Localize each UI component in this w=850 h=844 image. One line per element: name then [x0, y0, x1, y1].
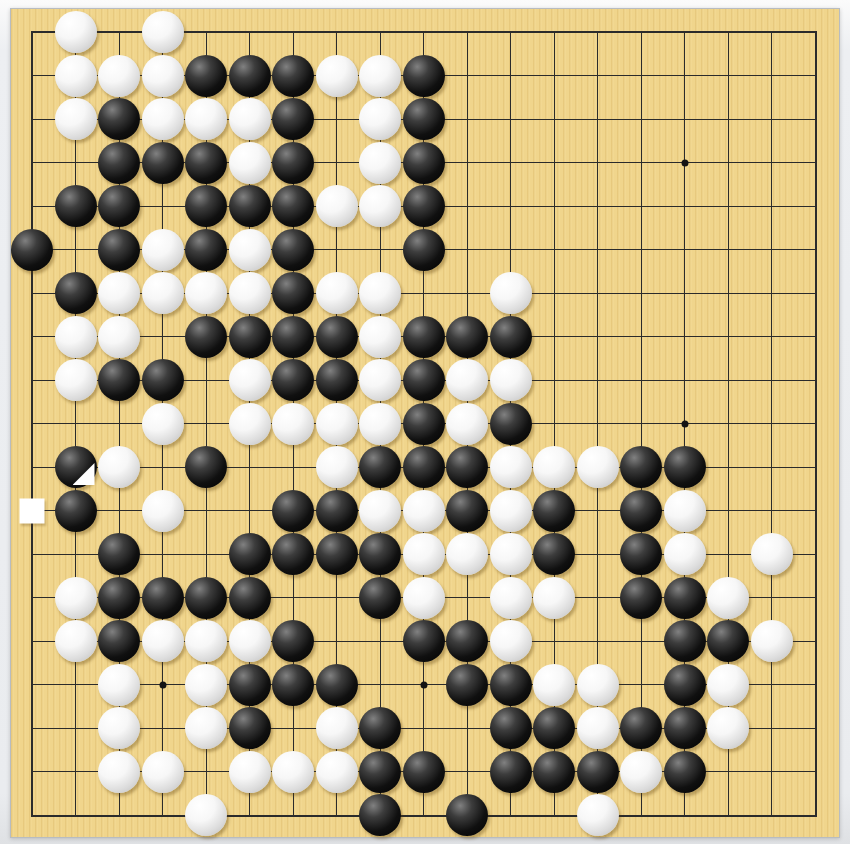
black-stone	[185, 142, 227, 184]
star-point	[420, 681, 427, 688]
white-stone	[316, 446, 358, 488]
black-stone	[98, 142, 140, 184]
black-stone	[403, 98, 445, 140]
black-stone	[185, 316, 227, 358]
white-stone	[359, 403, 401, 445]
black-stone	[98, 620, 140, 662]
black-stone	[272, 142, 314, 184]
board-frame	[10, 8, 840, 838]
black-stone	[229, 577, 271, 619]
white-stone	[359, 142, 401, 184]
black-stone	[533, 490, 575, 532]
black-stone	[316, 359, 358, 401]
white-stone	[229, 142, 271, 184]
black-stone	[272, 359, 314, 401]
white-stone	[142, 490, 184, 532]
black-stone	[272, 55, 314, 97]
white-stone	[98, 446, 140, 488]
white-stone	[359, 55, 401, 97]
black-stone	[229, 55, 271, 97]
white-stone	[185, 620, 227, 662]
white-stone	[707, 577, 749, 619]
black-stone	[316, 490, 358, 532]
white-stone	[229, 272, 271, 314]
black-stone	[620, 446, 662, 488]
black-stone	[403, 446, 445, 488]
white-stone	[359, 490, 401, 532]
black-stone	[142, 142, 184, 184]
white-stone	[490, 359, 532, 401]
white-stone	[533, 577, 575, 619]
black-stone	[359, 577, 401, 619]
white-stone	[98, 272, 140, 314]
white-stone	[359, 185, 401, 227]
white-stone	[142, 229, 184, 271]
black-stone	[490, 316, 532, 358]
white-stone	[316, 55, 358, 97]
white-stone	[490, 272, 532, 314]
black-stone	[664, 751, 706, 793]
black-stone	[185, 577, 227, 619]
white-stone	[142, 55, 184, 97]
white-stone	[446, 403, 488, 445]
black-stone	[55, 185, 97, 227]
white-stone	[446, 533, 488, 575]
white-stone	[55, 98, 97, 140]
white-stone	[620, 751, 662, 793]
white-stone	[446, 359, 488, 401]
black-stone	[533, 707, 575, 749]
white-stone	[185, 272, 227, 314]
star-point	[681, 420, 688, 427]
white-stone	[98, 316, 140, 358]
white-stone	[272, 403, 314, 445]
white-stone	[490, 620, 532, 662]
white-stone	[490, 533, 532, 575]
white-stone	[751, 533, 793, 575]
white-stone	[533, 446, 575, 488]
black-stone	[533, 533, 575, 575]
black-stone	[229, 664, 271, 706]
black-stone	[272, 490, 314, 532]
black-stone	[55, 490, 97, 532]
white-stone	[490, 577, 532, 619]
black-stone	[446, 446, 488, 488]
black-stone	[490, 707, 532, 749]
black-stone	[446, 490, 488, 532]
black-stone	[272, 272, 314, 314]
white-stone	[490, 446, 532, 488]
black-stone	[359, 533, 401, 575]
black-stone	[403, 316, 445, 358]
black-stone	[403, 185, 445, 227]
white-stone	[229, 403, 271, 445]
white-stone	[142, 620, 184, 662]
white-stone	[185, 707, 227, 749]
white-stone	[403, 533, 445, 575]
white-stone	[316, 272, 358, 314]
white-stone	[707, 707, 749, 749]
white-stone	[533, 664, 575, 706]
black-stone	[490, 664, 532, 706]
white-stone	[577, 707, 619, 749]
white-stone	[142, 751, 184, 793]
white-stone	[403, 577, 445, 619]
black-stone	[98, 359, 140, 401]
white-stone	[229, 229, 271, 271]
black-stone	[272, 98, 314, 140]
white-stone	[55, 55, 97, 97]
white-stone	[316, 403, 358, 445]
black-stone	[403, 142, 445, 184]
white-stone	[707, 664, 749, 706]
black-stone	[707, 620, 749, 662]
white-stone	[185, 794, 227, 836]
white-stone	[142, 403, 184, 445]
star-point	[159, 681, 166, 688]
black-stone	[403, 359, 445, 401]
black-stone	[272, 664, 314, 706]
black-stone	[272, 185, 314, 227]
white-stone	[55, 316, 97, 358]
black-stone	[664, 446, 706, 488]
black-stone	[185, 229, 227, 271]
white-stone	[98, 55, 140, 97]
black-stone	[664, 620, 706, 662]
black-stone	[359, 751, 401, 793]
grid-line-vertical	[771, 32, 772, 815]
white-stone	[142, 98, 184, 140]
white-stone	[403, 490, 445, 532]
white-stone	[751, 620, 793, 662]
black-stone	[55, 272, 97, 314]
black-stone	[229, 707, 271, 749]
white-stone	[229, 359, 271, 401]
black-stone	[272, 316, 314, 358]
black-stone	[664, 577, 706, 619]
white-stone	[359, 316, 401, 358]
white-stone	[229, 98, 271, 140]
black-stone	[446, 794, 488, 836]
square-marker	[20, 498, 45, 523]
black-stone	[98, 98, 140, 140]
white-stone	[55, 620, 97, 662]
white-stone	[55, 359, 97, 401]
white-stone	[98, 664, 140, 706]
black-stone	[446, 316, 488, 358]
black-stone	[185, 55, 227, 97]
white-stone	[142, 272, 184, 314]
white-stone	[142, 11, 184, 53]
black-stone	[316, 664, 358, 706]
black-stone	[98, 185, 140, 227]
black-stone	[620, 707, 662, 749]
black-stone	[359, 707, 401, 749]
white-stone	[316, 185, 358, 227]
white-stone	[229, 751, 271, 793]
black-stone	[620, 490, 662, 532]
black-stone	[533, 751, 575, 793]
black-stone	[359, 446, 401, 488]
black-stone	[446, 620, 488, 662]
white-stone	[272, 751, 314, 793]
white-stone	[55, 577, 97, 619]
white-stone	[316, 707, 358, 749]
black-stone	[272, 533, 314, 575]
black-stone	[142, 359, 184, 401]
white-stone	[98, 707, 140, 749]
white-stone	[577, 664, 619, 706]
white-stone	[359, 359, 401, 401]
black-stone	[446, 664, 488, 706]
white-stone	[359, 98, 401, 140]
black-stone	[11, 229, 53, 271]
black-stone	[490, 403, 532, 445]
white-stone	[55, 11, 97, 53]
white-stone	[577, 794, 619, 836]
white-stone	[185, 98, 227, 140]
black-stone	[403, 620, 445, 662]
black-stone	[620, 533, 662, 575]
grid-line-vertical	[641, 32, 642, 815]
black-stone	[316, 533, 358, 575]
white-stone	[664, 490, 706, 532]
black-stone	[229, 185, 271, 227]
black-stone	[185, 185, 227, 227]
white-stone	[490, 490, 532, 532]
black-stone	[620, 577, 662, 619]
black-stone	[403, 403, 445, 445]
black-stone	[664, 707, 706, 749]
black-stone	[272, 229, 314, 271]
star-point	[681, 159, 688, 166]
black-stone	[98, 229, 140, 271]
black-stone	[490, 751, 532, 793]
black-stone	[272, 620, 314, 662]
white-stone	[185, 664, 227, 706]
white-stone	[316, 751, 358, 793]
white-stone	[359, 272, 401, 314]
black-stone	[98, 533, 140, 575]
black-stone	[316, 316, 358, 358]
white-stone	[229, 620, 271, 662]
black-stone	[185, 446, 227, 488]
black-stone	[142, 577, 184, 619]
black-stone	[403, 751, 445, 793]
black-stone	[359, 794, 401, 836]
white-stone	[98, 751, 140, 793]
black-stone	[577, 751, 619, 793]
black-stone	[403, 55, 445, 97]
black-stone	[403, 229, 445, 271]
white-stone	[577, 446, 619, 488]
black-stone	[229, 316, 271, 358]
white-stone	[664, 533, 706, 575]
black-stone	[664, 664, 706, 706]
black-stone	[229, 533, 271, 575]
go-board[interactable]	[11, 9, 839, 837]
black-stone	[98, 577, 140, 619]
